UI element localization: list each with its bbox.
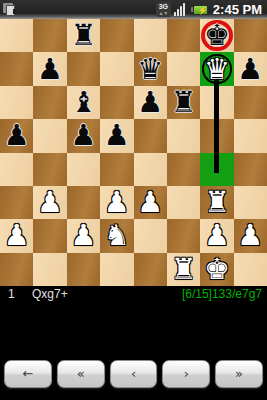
square-c8[interactable]: ♜: [67, 19, 100, 52]
engine-analysis-output: [6/15]133/e7g7: [182, 287, 262, 301]
square-a6[interactable]: [0, 86, 33, 119]
first-move-button[interactable]: «: [57, 360, 105, 388]
black-filler-area: [0, 301, 267, 358]
previous-move-button[interactable]: ‹: [110, 360, 158, 388]
square-h2[interactable]: ♟: [234, 219, 267, 252]
square-a7[interactable]: [0, 52, 33, 85]
move-notation: Qxg7+: [32, 287, 68, 301]
android-status-bar: 3G ▲▼ ⚡ 2:45 PM: [0, 0, 267, 19]
square-e7[interactable]: ♛: [134, 52, 167, 85]
square-d8[interactable]: [100, 19, 133, 52]
piece-black-queen[interactable]: ♛: [134, 52, 167, 85]
square-e3[interactable]: ♟: [134, 186, 167, 219]
mobile-data-3g-icon: 3G ▲▼: [156, 2, 171, 17]
square-g1[interactable]: ♚: [200, 253, 233, 286]
last-move-button[interactable]: »: [215, 360, 263, 388]
next-move-button[interactable]: ›: [162, 360, 210, 388]
piece-black-pawn[interactable]: ♟: [67, 119, 100, 152]
square-d6[interactable]: [100, 86, 133, 119]
square-b4[interactable]: [33, 153, 66, 186]
square-e2[interactable]: [134, 219, 167, 252]
square-c1[interactable]: [67, 253, 100, 286]
battery-charging-icon: ⚡: [191, 5, 208, 15]
square-d7[interactable]: [100, 52, 133, 85]
square-d5[interactable]: ♟: [100, 119, 133, 152]
square-b2[interactable]: [33, 219, 66, 252]
square-f4[interactable]: [167, 153, 200, 186]
square-e8[interactable]: [134, 19, 167, 52]
piece-white-pawn[interactable]: ♟: [0, 219, 33, 252]
navigation-bar: ← « ‹ › »: [0, 358, 267, 400]
square-b8[interactable]: [33, 19, 66, 52]
square-a8[interactable]: [0, 19, 33, 52]
piece-white-rook[interactable]: ♜: [167, 253, 200, 286]
piece-black-pawn[interactable]: ♟: [0, 119, 33, 152]
square-a3[interactable]: [0, 186, 33, 219]
piece-white-pawn[interactable]: ♟: [67, 219, 100, 252]
piece-black-bishop[interactable]: ♝: [67, 86, 100, 119]
piece-white-pawn[interactable]: ♟: [100, 186, 133, 219]
square-f8[interactable]: [167, 19, 200, 52]
piece-white-knight[interactable]: ♞: [100, 219, 133, 252]
square-c3[interactable]: [67, 186, 100, 219]
square-h7[interactable]: ♟: [234, 52, 267, 85]
square-a2[interactable]: ♟: [0, 219, 33, 252]
square-d3[interactable]: ♟: [100, 186, 133, 219]
square-e4[interactable]: [134, 153, 167, 186]
square-f3[interactable]: [167, 186, 200, 219]
square-f6[interactable]: ♜: [167, 86, 200, 119]
piece-white-rook[interactable]: ♜: [200, 186, 233, 219]
square-e5[interactable]: [134, 119, 167, 152]
square-c2[interactable]: ♟: [67, 219, 100, 252]
status-bar-clock: 2:45 PM: [211, 2, 264, 17]
square-c5[interactable]: ♟: [67, 119, 100, 152]
square-e1[interactable]: [134, 253, 167, 286]
square-d2[interactable]: ♞: [100, 219, 133, 252]
square-b7[interactable]: ♟: [33, 52, 66, 85]
square-h1[interactable]: [234, 253, 267, 286]
chess-board: ♜♚♟♛♛♟♝♟♜♟♟♟♟♟♟♜♟♟♞♟♟♜♚: [0, 19, 267, 286]
square-h5[interactable]: [234, 119, 267, 152]
piece-black-pawn[interactable]: ♟: [134, 86, 167, 119]
square-b5[interactable]: [33, 119, 66, 152]
square-a1[interactable]: [0, 253, 33, 286]
piece-black-pawn[interactable]: ♟: [234, 52, 267, 85]
square-g7[interactable]: ♛: [200, 52, 233, 85]
piece-black-pawn[interactable]: ♟: [100, 119, 133, 152]
undo-move-button[interactable]: ←: [4, 360, 52, 388]
piece-white-queen[interactable]: ♛: [200, 52, 233, 85]
square-b1[interactable]: [33, 253, 66, 286]
square-f5[interactable]: [167, 119, 200, 152]
square-b3[interactable]: ♟: [33, 186, 66, 219]
square-d4[interactable]: [100, 153, 133, 186]
square-f7[interactable]: [167, 52, 200, 85]
phone-screen: 3G ▲▼ ⚡ 2:45 PM ♜♚♟♛♛♟♝♟♜♟♟♟♟♟♟♜♟♟♞♟♟♜♚ …: [0, 0, 267, 400]
square-a5[interactable]: ♟: [0, 119, 33, 152]
chess-board-grid: ♜♚♟♛♛♟♝♟♜♟♟♟♟♟♟♜♟♟♞♟♟♜♚: [0, 19, 267, 286]
square-g8[interactable]: ♚: [200, 19, 233, 52]
square-a4[interactable]: [0, 153, 33, 186]
piece-white-pawn[interactable]: ♟: [134, 186, 167, 219]
piece-black-rook[interactable]: ♜: [67, 19, 100, 52]
square-d1[interactable]: [100, 253, 133, 286]
square-h4[interactable]: [234, 153, 267, 186]
move-list-row: 1 Qxg7+ [6/15]133/e7g7: [0, 286, 267, 301]
square-h8[interactable]: [234, 19, 267, 52]
piece-black-pawn[interactable]: ♟: [33, 52, 66, 85]
square-g3[interactable]: ♜: [200, 186, 233, 219]
square-g2[interactable]: ♟: [200, 219, 233, 252]
piece-black-rook[interactable]: ♜: [167, 86, 200, 119]
square-c4[interactable]: [67, 153, 100, 186]
square-h6[interactable]: [234, 86, 267, 119]
piece-white-pawn[interactable]: ♟: [234, 219, 267, 252]
square-h3[interactable]: [234, 186, 267, 219]
square-c6[interactable]: ♝: [67, 86, 100, 119]
piece-white-pawn[interactable]: ♟: [33, 186, 66, 219]
square-f1[interactable]: ♜: [167, 253, 200, 286]
square-c7[interactable]: [67, 52, 100, 85]
piece-white-pawn[interactable]: ♟: [200, 219, 233, 252]
square-f2[interactable]: [167, 219, 200, 252]
notification-icon: [3, 3, 18, 16]
square-b6[interactable]: [33, 86, 66, 119]
square-e6[interactable]: ♟: [134, 86, 167, 119]
piece-white-king[interactable]: ♚: [200, 253, 233, 286]
move-number: 1: [8, 287, 32, 301]
signal-strength-icon: [174, 3, 188, 17]
piece-black-king[interactable]: ♚: [200, 19, 233, 52]
